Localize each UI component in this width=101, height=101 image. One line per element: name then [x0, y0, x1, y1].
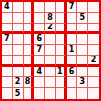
sudoku-cell-r9c7[interactable] — [67, 88, 78, 99]
sudoku-cell-r6c8[interactable] — [77, 56, 88, 67]
sudoku-cell-r7c7[interactable]: 6 — [67, 67, 78, 78]
sudoku-cell-r4c5[interactable] — [45, 34, 56, 45]
sudoku-cell-r2c6[interactable] — [56, 13, 67, 24]
sudoku-cell-r3c8[interactable] — [77, 24, 88, 35]
sudoku-cell-r5c4[interactable]: 7 — [34, 45, 45, 56]
sudoku-cell-r5c5[interactable] — [45, 45, 56, 56]
sudoku-cell-r2c5[interactable]: 8 — [45, 13, 56, 24]
sudoku-cell-r9c1[interactable] — [2, 88, 13, 99]
sudoku-cell-r8c5[interactable] — [45, 77, 56, 88]
sudoku-cell-r9c8[interactable] — [77, 88, 88, 99]
sudoku-cell-r3c6[interactable] — [56, 24, 67, 35]
sudoku-cell-r2c1[interactable] — [2, 13, 13, 24]
sudoku-cell-r2c9[interactable] — [88, 13, 99, 24]
sudoku-cell-r3c7[interactable] — [67, 24, 78, 35]
sudoku-cell-r8c4[interactable] — [34, 77, 45, 88]
sudoku-cell-r7c5[interactable] — [45, 67, 56, 78]
sudoku-cell-r1c5[interactable] — [45, 2, 56, 13]
sudoku-cell-r7c2[interactable] — [13, 67, 24, 78]
sudoku-cell-r2c2[interactable] — [13, 13, 24, 24]
sudoku-cell-r1c7[interactable]: 7 — [67, 2, 78, 13]
sudoku-cell-r5c9[interactable] — [88, 45, 99, 56]
sudoku-cell-r6c1[interactable] — [2, 56, 13, 67]
sudoku-cell-r1c8[interactable] — [77, 2, 88, 13]
sudoku-cell-r4c9[interactable] — [88, 34, 99, 45]
sudoku-cell-r3c1[interactable] — [2, 24, 13, 35]
sudoku-cell-r6c5[interactable] — [45, 56, 56, 67]
sudoku-cell-r9c6[interactable] — [56, 88, 67, 99]
sudoku-cell-r3c3[interactable] — [24, 24, 35, 35]
sudoku-cell-r8c9[interactable] — [88, 77, 99, 88]
sudoku-cell-r4c1[interactable]: 7 — [2, 34, 13, 45]
sudoku-cell-r7c3[interactable] — [24, 67, 35, 78]
sudoku-cell-r8c3[interactable]: 8 — [24, 77, 35, 88]
sudoku-cell-r1c1[interactable]: 4 — [2, 2, 13, 13]
sudoku-cell-r5c8[interactable] — [77, 45, 88, 56]
sudoku-cell-r6c9[interactable]: 2 — [88, 56, 99, 67]
sudoku-cell-r3c9[interactable] — [88, 24, 99, 35]
sudoku-cell-r1c2[interactable] — [13, 2, 24, 13]
sudoku-cell-r2c3[interactable] — [24, 13, 35, 24]
sudoku-cell-r9c3[interactable] — [24, 88, 35, 99]
sudoku-cell-r1c9[interactable] — [88, 2, 99, 13]
sudoku-cell-r5c6[interactable] — [56, 45, 67, 56]
sudoku-cell-r9c5[interactable] — [45, 88, 56, 99]
sudoku-cell-r9c4[interactable] — [34, 88, 45, 99]
sudoku-cell-r3c4[interactable] — [34, 24, 45, 35]
sudoku-cell-r7c9[interactable] — [88, 67, 99, 78]
sudoku-cell-r6c6[interactable] — [56, 56, 67, 67]
sudoku-cell-r1c4[interactable] — [34, 2, 45, 13]
sudoku-cell-r4c2[interactable] — [13, 34, 24, 45]
sudoku-cell-r5c3[interactable] — [24, 45, 35, 56]
sudoku-cell-r7c1[interactable] — [2, 67, 13, 78]
sudoku-cell-r9c2[interactable]: 5 — [13, 88, 24, 99]
sudoku-cell-r3c2[interactable] — [13, 24, 24, 35]
sudoku-cell-r9c9[interactable] — [88, 88, 99, 99]
sudoku-cell-r3c5[interactable]: 2 — [45, 24, 56, 35]
sudoku-cell-r6c3[interactable] — [24, 56, 35, 67]
sudoku-cell-r6c4[interactable] — [34, 56, 45, 67]
sudoku-cell-r8c8[interactable]: 3 — [77, 77, 88, 88]
sudoku-cell-r7c4[interactable]: 4 — [34, 67, 45, 78]
sudoku-cell-r4c3[interactable] — [24, 34, 35, 45]
sudoku-cell-r4c4[interactable]: 6 — [34, 34, 45, 45]
sudoku-cell-r2c7[interactable] — [67, 13, 78, 24]
sudoku-cell-r4c7[interactable] — [67, 34, 78, 45]
sudoku-board: 47852767124162835 — [0, 0, 101, 101]
sudoku-cell-r5c1[interactable] — [2, 45, 13, 56]
sudoku-cell-r4c6[interactable] — [56, 34, 67, 45]
sudoku-cell-r2c8[interactable]: 5 — [77, 13, 88, 24]
sudoku-cell-r1c3[interactable] — [24, 2, 35, 13]
sudoku-cell-r2c4[interactable] — [34, 13, 45, 24]
sudoku-cell-r8c1[interactable] — [2, 77, 13, 88]
sudoku-cell-r7c8[interactable] — [77, 67, 88, 78]
sudoku-cell-r7c6[interactable]: 1 — [56, 67, 67, 78]
sudoku-cell-r8c7[interactable] — [67, 77, 78, 88]
sudoku-cell-r6c2[interactable] — [13, 56, 24, 67]
sudoku-cell-r6c7[interactable] — [67, 56, 78, 67]
sudoku-cell-r4c8[interactable] — [77, 34, 88, 45]
sudoku-cell-r5c7[interactable]: 1 — [67, 45, 78, 56]
sudoku-cell-r5c2[interactable] — [13, 45, 24, 56]
sudoku-cell-r8c2[interactable]: 2 — [13, 77, 24, 88]
sudoku-cell-r8c6[interactable] — [56, 77, 67, 88]
sudoku-cell-r1c6[interactable] — [56, 2, 67, 13]
